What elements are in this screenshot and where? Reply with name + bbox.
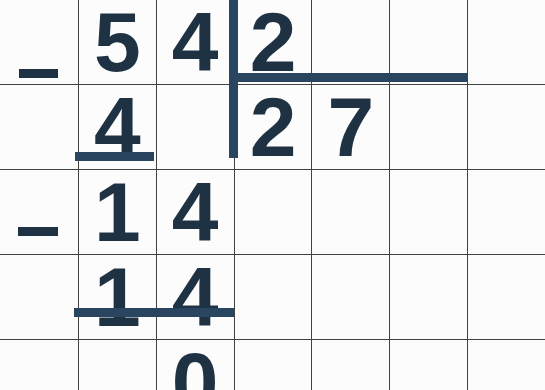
grid-cell-r1c4: 2 (234, 0, 312, 84)
digit-4: 4 (172, 255, 219, 339)
grid-cell-r2c5: 7 (311, 84, 389, 169)
digit-1: 1 (94, 255, 141, 339)
digit-2: 2 (250, 85, 297, 169)
subtraction-underline-2 (74, 308, 234, 317)
grid-cell-r2c3 (156, 84, 234, 169)
grid-cell-r1c7 (467, 0, 545, 84)
grid-cell-r2c6 (389, 84, 467, 169)
division-bracket-horizontal (229, 73, 467, 82)
grid-cell-r5c7 (467, 339, 545, 390)
subtraction-underline-1 (75, 152, 154, 161)
digit-1: 1 (94, 170, 141, 254)
grid-cell-r5c5 (311, 339, 389, 390)
grid-cell-r5c6 (389, 339, 467, 390)
long-division-worksheet: 54242714140 (0, 0, 545, 390)
digit-4: 4 (172, 0, 219, 84)
grid-cell-r5c4 (234, 339, 312, 390)
grid-cell-r3c1 (0, 169, 78, 254)
grid-cell-r4c3: 4 (156, 254, 234, 339)
grid-cell-r4c2: 1 (78, 254, 156, 339)
minus-sign-2 (18, 227, 58, 236)
grid-cell-r2c1 (0, 84, 78, 169)
grid-cell-r5c3: 0 (156, 339, 234, 390)
grid-cell-r3c5 (311, 169, 389, 254)
grid-cell-r3c3: 4 (156, 169, 234, 254)
grid-cell-r5c1 (0, 339, 78, 390)
grid-cell-r4c7 (467, 254, 545, 339)
squared-paper-grid: 54242714140 (0, 0, 545, 390)
digit-0: 0 (172, 340, 219, 390)
grid-cell-r5c2 (78, 339, 156, 390)
grid-cell-r3c2: 1 (78, 169, 156, 254)
grid-cell-r1c3: 4 (156, 0, 234, 84)
digit-7: 7 (327, 85, 374, 169)
digit-5: 5 (94, 0, 141, 84)
digit-4: 4 (172, 170, 219, 254)
grid-cell-r4c4 (234, 254, 312, 339)
grid-cell-r2c7 (467, 84, 545, 169)
minus-sign-1 (19, 69, 58, 78)
grid-cell-r1c5 (311, 0, 389, 84)
grid-cell-r1c6 (389, 0, 467, 84)
grid-cell-r3c6 (389, 169, 467, 254)
digit-2: 2 (250, 0, 297, 84)
grid-cell-r4c1 (0, 254, 78, 339)
grid-cell-r2c4: 2 (234, 84, 312, 169)
grid-cell-r3c4 (234, 169, 312, 254)
grid-cell-r4c5 (311, 254, 389, 339)
grid-cell-r3c7 (467, 169, 545, 254)
grid-cell-r1c2: 5 (78, 0, 156, 84)
grid-cell-r4c6 (389, 254, 467, 339)
